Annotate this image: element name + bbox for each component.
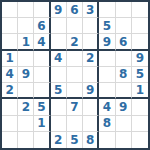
cell-r9c4[interactable]: 2 <box>51 132 67 148</box>
cell-r4c2[interactable] <box>18 51 34 67</box>
cell-r4c6[interactable]: 2 <box>83 51 99 67</box>
cell-r2c8[interactable] <box>116 18 132 34</box>
cell-r9c7[interactable] <box>99 132 115 148</box>
cell-r6c3[interactable] <box>34 83 50 99</box>
cell-r7c2[interactable]: 2 <box>18 99 34 115</box>
cell-r3c1[interactable] <box>2 34 18 50</box>
cell-r7c7[interactable]: 4 <box>99 99 115 115</box>
cell-r9c8[interactable] <box>116 132 132 148</box>
cell-r1c6[interactable]: 3 <box>83 2 99 18</box>
cell-r1c7[interactable] <box>99 2 115 18</box>
cell-r4c7[interactable] <box>99 51 115 67</box>
cell-r9c2[interactable] <box>18 132 34 148</box>
cell-r5c3[interactable] <box>34 67 50 83</box>
cell-r6c6[interactable]: 9 <box>83 83 99 99</box>
cell-r1c4[interactable]: 9 <box>51 2 67 18</box>
cell-r4c1[interactable]: 1 <box>2 51 18 67</box>
cell-r5c6[interactable] <box>83 67 99 83</box>
cell-r7c9[interactable] <box>132 99 148 115</box>
cell-r2c6[interactable] <box>83 18 99 34</box>
cell-r8c2[interactable] <box>18 116 34 132</box>
cell-r3c9[interactable] <box>132 34 148 50</box>
cell-r3c2[interactable]: 1 <box>18 34 34 50</box>
cell-r9c6[interactable]: 8 <box>83 132 99 148</box>
cell-r4c5[interactable] <box>67 51 83 67</box>
cell-r5c2[interactable]: 9 <box>18 67 34 83</box>
cell-r2c5[interactable] <box>67 18 83 34</box>
cell-r7c4[interactable] <box>51 99 67 115</box>
cell-r1c9[interactable] <box>132 2 148 18</box>
cell-r6c1[interactable]: 2 <box>2 83 18 99</box>
cell-r8c1[interactable] <box>2 116 18 132</box>
cell-r5c8[interactable]: 8 <box>116 67 132 83</box>
cell-r2c1[interactable] <box>2 18 18 34</box>
sudoku-board: 96365142961429498525912574918258 <box>0 0 150 150</box>
cell-r2c2[interactable] <box>18 18 34 34</box>
cell-r1c1[interactable] <box>2 2 18 18</box>
cell-r7c6[interactable] <box>83 99 99 115</box>
cell-r6c8[interactable] <box>116 83 132 99</box>
cell-r8c3[interactable]: 1 <box>34 116 50 132</box>
cell-r1c2[interactable] <box>18 2 34 18</box>
cell-r5c4[interactable] <box>51 67 67 83</box>
cell-r5c7[interactable] <box>99 67 115 83</box>
cell-r4c8[interactable] <box>116 51 132 67</box>
cell-r5c1[interactable]: 4 <box>2 67 18 83</box>
cell-r7c1[interactable] <box>2 99 18 115</box>
cell-r6c2[interactable] <box>18 83 34 99</box>
cell-r2c3[interactable]: 6 <box>34 18 50 34</box>
cell-r3c8[interactable]: 6 <box>116 34 132 50</box>
cell-r1c5[interactable]: 6 <box>67 2 83 18</box>
cell-r3c7[interactable]: 9 <box>99 34 115 50</box>
cell-r3c5[interactable]: 2 <box>67 34 83 50</box>
cell-r9c3[interactable] <box>34 132 50 148</box>
cell-r2c9[interactable] <box>132 18 148 34</box>
cell-r6c7[interactable] <box>99 83 115 99</box>
cell-r6c9[interactable]: 1 <box>132 83 148 99</box>
cell-r9c5[interactable]: 5 <box>67 132 83 148</box>
cell-r7c5[interactable]: 7 <box>67 99 83 115</box>
cell-r3c3[interactable]: 4 <box>34 34 50 50</box>
cell-r2c4[interactable] <box>51 18 67 34</box>
cell-r8c6[interactable] <box>83 116 99 132</box>
cell-r4c4[interactable]: 4 <box>51 51 67 67</box>
cell-r5c5[interactable] <box>67 67 83 83</box>
cell-r3c4[interactable] <box>51 34 67 50</box>
cell-r7c8[interactable]: 9 <box>116 99 132 115</box>
cell-r9c9[interactable] <box>132 132 148 148</box>
cell-r9c1[interactable] <box>2 132 18 148</box>
cell-r7c3[interactable]: 5 <box>34 99 50 115</box>
cell-r6c4[interactable]: 5 <box>51 83 67 99</box>
cell-r8c5[interactable] <box>67 116 83 132</box>
cell-r1c8[interactable] <box>116 2 132 18</box>
cell-r2c7[interactable]: 5 <box>99 18 115 34</box>
cell-r8c9[interactable] <box>132 116 148 132</box>
cell-r1c3[interactable] <box>34 2 50 18</box>
cell-r5c9[interactable]: 5 <box>132 67 148 83</box>
cell-r4c3[interactable] <box>34 51 50 67</box>
cell-r3c6[interactable] <box>83 34 99 50</box>
cell-r8c4[interactable] <box>51 116 67 132</box>
cell-r4c9[interactable]: 9 <box>132 51 148 67</box>
cell-r6c5[interactable] <box>67 83 83 99</box>
cell-r8c8[interactable] <box>116 116 132 132</box>
cell-r8c7[interactable]: 8 <box>99 116 115 132</box>
